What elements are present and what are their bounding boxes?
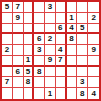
cell-r6c7-empty[interactable] bbox=[67, 56, 78, 67]
cell-r4c6-empty[interactable] bbox=[56, 34, 67, 45]
cell-r8c3-given: 8 bbox=[24, 77, 35, 88]
cell-r8c6-empty[interactable] bbox=[56, 77, 67, 88]
cell-r9c6-empty[interactable] bbox=[56, 88, 67, 99]
cell-r3c9-empty[interactable] bbox=[88, 24, 99, 35]
cell-r7c8-empty[interactable] bbox=[77, 67, 88, 78]
cell-r6c9-empty[interactable] bbox=[88, 56, 99, 67]
cell-r1c1-given: 5 bbox=[2, 2, 13, 13]
cell-r8c7-empty[interactable] bbox=[67, 77, 78, 88]
cell-r4c9-empty[interactable] bbox=[88, 34, 99, 45]
cell-r4c5-given: 2 bbox=[45, 34, 56, 45]
cell-r6c2-empty[interactable] bbox=[13, 56, 24, 67]
cell-r2c2-given: 9 bbox=[13, 13, 24, 24]
cell-r9c4-empty[interactable] bbox=[34, 88, 45, 99]
cell-r7c2-given: 6 bbox=[13, 67, 24, 78]
cell-r8c4-empty[interactable] bbox=[34, 77, 45, 88]
cell-r1c5-given: 3 bbox=[45, 2, 56, 13]
cell-r9c1-empty[interactable] bbox=[2, 88, 13, 99]
cell-r4c4-given: 6 bbox=[34, 34, 45, 45]
cell-r6c4-empty[interactable] bbox=[34, 56, 45, 67]
cell-r3c4-empty[interactable] bbox=[34, 24, 45, 35]
cell-r6c3-given: 1 bbox=[24, 56, 35, 67]
cell-r7c6-empty[interactable] bbox=[56, 67, 67, 78]
cell-r2c8-empty[interactable] bbox=[77, 13, 88, 24]
cell-r5c9-given: 9 bbox=[88, 45, 99, 56]
cell-r5c2-empty[interactable] bbox=[13, 45, 24, 56]
cell-r7c3-given: 5 bbox=[24, 67, 35, 78]
cell-r4c8-empty[interactable] bbox=[77, 34, 88, 45]
cell-r1c3-empty[interactable] bbox=[24, 2, 35, 13]
cell-r3c2-empty[interactable] bbox=[13, 24, 24, 35]
cell-r2c5-empty[interactable] bbox=[45, 13, 56, 24]
cell-r3c5-empty[interactable] bbox=[45, 24, 56, 35]
cell-r6c6-given: 7 bbox=[56, 56, 67, 67]
cell-r8c8-given: 3 bbox=[77, 77, 88, 88]
cell-r9c2-empty[interactable] bbox=[13, 88, 24, 99]
cell-r5c6-given: 4 bbox=[56, 45, 67, 56]
cell-r5c8-empty[interactable] bbox=[77, 45, 88, 56]
cell-r4c1-empty[interactable] bbox=[2, 34, 13, 45]
cell-r1c2-given: 7 bbox=[13, 2, 24, 13]
cell-r7c9-empty[interactable] bbox=[88, 67, 99, 78]
cell-r2c7-given: 1 bbox=[67, 13, 78, 24]
cell-r7c4-given: 8 bbox=[34, 67, 45, 78]
cell-r1c7-empty[interactable] bbox=[67, 2, 78, 13]
cell-r5c1-given: 2 bbox=[2, 45, 13, 56]
cell-r3c7-given: 4 bbox=[67, 24, 78, 35]
cell-r8c1-given: 7 bbox=[2, 77, 13, 88]
cell-r2c3-empty[interactable] bbox=[24, 13, 35, 24]
cell-r3c6-given: 6 bbox=[56, 24, 67, 35]
sudoku-board: 5739126456282349197658783184 bbox=[0, 0, 101, 101]
cell-r5c7-empty[interactable] bbox=[67, 45, 78, 56]
cell-r5c5-empty[interactable] bbox=[45, 45, 56, 56]
cell-r8c2-empty[interactable] bbox=[13, 77, 24, 88]
cell-r9c7-empty[interactable] bbox=[67, 88, 78, 99]
cell-r1c4-empty[interactable] bbox=[34, 2, 45, 13]
cell-r4c2-empty[interactable] bbox=[13, 34, 24, 45]
cell-r6c1-empty[interactable] bbox=[2, 56, 13, 67]
cell-r4c3-empty[interactable] bbox=[24, 34, 35, 45]
cell-r6c8-empty[interactable] bbox=[77, 56, 88, 67]
cell-r7c5-empty[interactable] bbox=[45, 67, 56, 78]
cell-r8c5-empty[interactable] bbox=[45, 77, 56, 88]
cell-r4c7-given: 8 bbox=[67, 34, 78, 45]
cell-r2c9-given: 2 bbox=[88, 13, 99, 24]
cell-r3c3-empty[interactable] bbox=[24, 24, 35, 35]
cell-r1c9-empty[interactable] bbox=[88, 2, 99, 13]
cell-r5c4-given: 3 bbox=[34, 45, 45, 56]
cell-r3c8-given: 5 bbox=[77, 24, 88, 35]
cell-r2c4-empty[interactable] bbox=[34, 13, 45, 24]
cell-r9c5-given: 1 bbox=[45, 88, 56, 99]
cell-r2c1-empty[interactable] bbox=[2, 13, 13, 24]
cell-r7c1-empty[interactable] bbox=[2, 67, 13, 78]
cell-r1c6-empty[interactable] bbox=[56, 2, 67, 13]
cell-r9c9-given: 4 bbox=[88, 88, 99, 99]
cell-r1c8-empty[interactable] bbox=[77, 2, 88, 13]
cell-r9c8-given: 8 bbox=[77, 88, 88, 99]
cell-r6c5-given: 9 bbox=[45, 56, 56, 67]
cell-r7c7-empty[interactable] bbox=[67, 67, 78, 78]
cell-r3c1-empty[interactable] bbox=[2, 24, 13, 35]
cell-r5c3-empty[interactable] bbox=[24, 45, 35, 56]
cell-r8c9-empty[interactable] bbox=[88, 77, 99, 88]
cell-r2c6-empty[interactable] bbox=[56, 13, 67, 24]
cell-r9c3-empty[interactable] bbox=[24, 88, 35, 99]
